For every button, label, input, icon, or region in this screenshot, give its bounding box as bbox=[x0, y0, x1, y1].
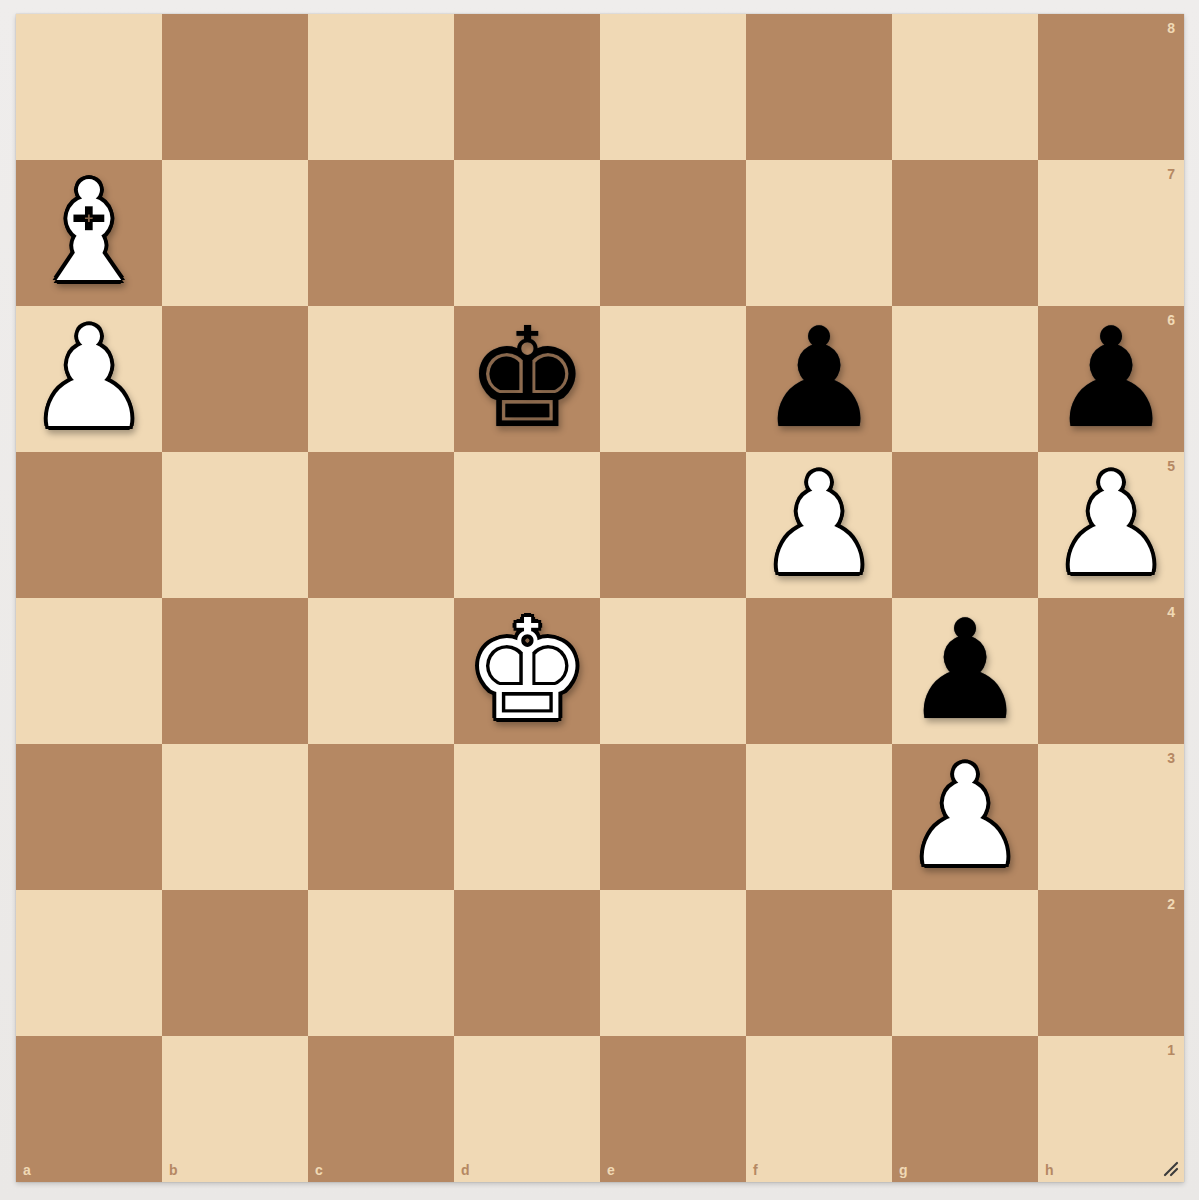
coordinate-file-h: h bbox=[1045, 1162, 1054, 1178]
square-e2[interactable] bbox=[600, 890, 746, 1036]
square-h4[interactable]: 4 bbox=[1038, 598, 1184, 744]
piece-white-pawn[interactable]: ♟ bbox=[16, 306, 162, 452]
coordinate-rank-5: 5 bbox=[1167, 458, 1175, 474]
square-a8[interactable] bbox=[16, 14, 162, 160]
square-d3[interactable] bbox=[454, 744, 600, 890]
square-b7[interactable] bbox=[162, 160, 308, 306]
piece-white-pawn[interactable]: ♟ bbox=[892, 744, 1038, 890]
square-f2[interactable] bbox=[746, 890, 892, 1036]
square-h7[interactable]: 7 bbox=[1038, 160, 1184, 306]
page-background: 8♝7♟♚♟♟6♟♟5♚♟4♟32abcdefg1h bbox=[0, 0, 1199, 1200]
square-b3[interactable] bbox=[162, 744, 308, 890]
square-e1[interactable]: e bbox=[600, 1036, 746, 1182]
square-c2[interactable] bbox=[308, 890, 454, 1036]
square-c4[interactable] bbox=[308, 598, 454, 744]
square-a2[interactable] bbox=[16, 890, 162, 1036]
square-g1[interactable]: g bbox=[892, 1036, 1038, 1182]
coordinate-rank-6: 6 bbox=[1167, 312, 1175, 328]
coordinate-rank-3: 3 bbox=[1167, 750, 1175, 766]
square-b5[interactable] bbox=[162, 452, 308, 598]
piece-white-king[interactable]: ♚ bbox=[454, 598, 600, 744]
square-b1[interactable]: b bbox=[162, 1036, 308, 1182]
coordinate-file-c: c bbox=[315, 1162, 323, 1178]
coordinate-rank-7: 7 bbox=[1167, 166, 1175, 182]
square-c7[interactable] bbox=[308, 160, 454, 306]
square-f4[interactable] bbox=[746, 598, 892, 744]
piece-white-bishop[interactable]: ♝ bbox=[16, 160, 162, 306]
square-g2[interactable] bbox=[892, 890, 1038, 1036]
square-d2[interactable] bbox=[454, 890, 600, 1036]
square-a1[interactable]: a bbox=[16, 1036, 162, 1182]
square-f1[interactable]: f bbox=[746, 1036, 892, 1182]
square-g3[interactable]: ♟ bbox=[892, 744, 1038, 890]
square-f3[interactable] bbox=[746, 744, 892, 890]
square-a5[interactable] bbox=[16, 452, 162, 598]
square-b6[interactable] bbox=[162, 306, 308, 452]
piece-black-pawn[interactable]: ♟ bbox=[746, 306, 892, 452]
coordinate-rank-4: 4 bbox=[1167, 604, 1175, 620]
coordinate-file-a: a bbox=[23, 1162, 31, 1178]
piece-black-pawn[interactable]: ♟ bbox=[892, 598, 1038, 744]
square-e8[interactable] bbox=[600, 14, 746, 160]
square-c6[interactable] bbox=[308, 306, 454, 452]
chess-board: 8♝7♟♚♟♟6♟♟5♚♟4♟32abcdefg1h bbox=[16, 14, 1184, 1182]
coordinate-rank-2: 2 bbox=[1167, 896, 1175, 912]
square-b4[interactable] bbox=[162, 598, 308, 744]
square-f8[interactable] bbox=[746, 14, 892, 160]
square-a7[interactable]: ♝ bbox=[16, 160, 162, 306]
square-h6[interactable]: ♟6 bbox=[1038, 306, 1184, 452]
square-b8[interactable] bbox=[162, 14, 308, 160]
square-f5[interactable]: ♟ bbox=[746, 452, 892, 598]
square-a6[interactable]: ♟ bbox=[16, 306, 162, 452]
square-h5[interactable]: ♟5 bbox=[1038, 452, 1184, 598]
square-g8[interactable] bbox=[892, 14, 1038, 160]
square-d8[interactable] bbox=[454, 14, 600, 160]
square-e5[interactable] bbox=[600, 452, 746, 598]
piece-white-pawn[interactable]: ♟ bbox=[1038, 452, 1184, 598]
coordinate-file-g: g bbox=[899, 1162, 908, 1178]
coordinate-rank-8: 8 bbox=[1167, 20, 1175, 36]
square-e7[interactable] bbox=[600, 160, 746, 306]
square-e3[interactable] bbox=[600, 744, 746, 890]
square-d5[interactable] bbox=[454, 452, 600, 598]
square-g5[interactable] bbox=[892, 452, 1038, 598]
square-c3[interactable] bbox=[308, 744, 454, 890]
square-e4[interactable] bbox=[600, 598, 746, 744]
coordinate-rank-1: 1 bbox=[1167, 1042, 1175, 1058]
square-a3[interactable] bbox=[16, 744, 162, 890]
square-c1[interactable]: c bbox=[308, 1036, 454, 1182]
piece-black-pawn[interactable]: ♟ bbox=[1038, 306, 1184, 452]
coordinate-file-f: f bbox=[753, 1162, 758, 1178]
square-e6[interactable] bbox=[600, 306, 746, 452]
square-b2[interactable] bbox=[162, 890, 308, 1036]
square-h2[interactable]: 2 bbox=[1038, 890, 1184, 1036]
coordinate-file-e: e bbox=[607, 1162, 615, 1178]
square-d7[interactable] bbox=[454, 160, 600, 306]
piece-black-king[interactable]: ♚ bbox=[454, 306, 600, 452]
square-a4[interactable] bbox=[16, 598, 162, 744]
square-d6[interactable]: ♚ bbox=[454, 306, 600, 452]
square-h8[interactable]: 8 bbox=[1038, 14, 1184, 160]
resize-handle-icon[interactable] bbox=[1161, 1159, 1181, 1179]
square-g4[interactable]: ♟ bbox=[892, 598, 1038, 744]
board-grid: 8♝7♟♚♟♟6♟♟5♚♟4♟32abcdefg1h bbox=[16, 14, 1184, 1182]
square-f6[interactable]: ♟ bbox=[746, 306, 892, 452]
coordinate-file-d: d bbox=[461, 1162, 470, 1178]
square-c5[interactable] bbox=[308, 452, 454, 598]
piece-white-pawn[interactable]: ♟ bbox=[746, 452, 892, 598]
square-g6[interactable] bbox=[892, 306, 1038, 452]
square-f7[interactable] bbox=[746, 160, 892, 306]
square-c8[interactable] bbox=[308, 14, 454, 160]
square-h3[interactable]: 3 bbox=[1038, 744, 1184, 890]
square-d4[interactable]: ♚ bbox=[454, 598, 600, 744]
coordinate-file-b: b bbox=[169, 1162, 178, 1178]
square-g7[interactable] bbox=[892, 160, 1038, 306]
square-d1[interactable]: d bbox=[454, 1036, 600, 1182]
